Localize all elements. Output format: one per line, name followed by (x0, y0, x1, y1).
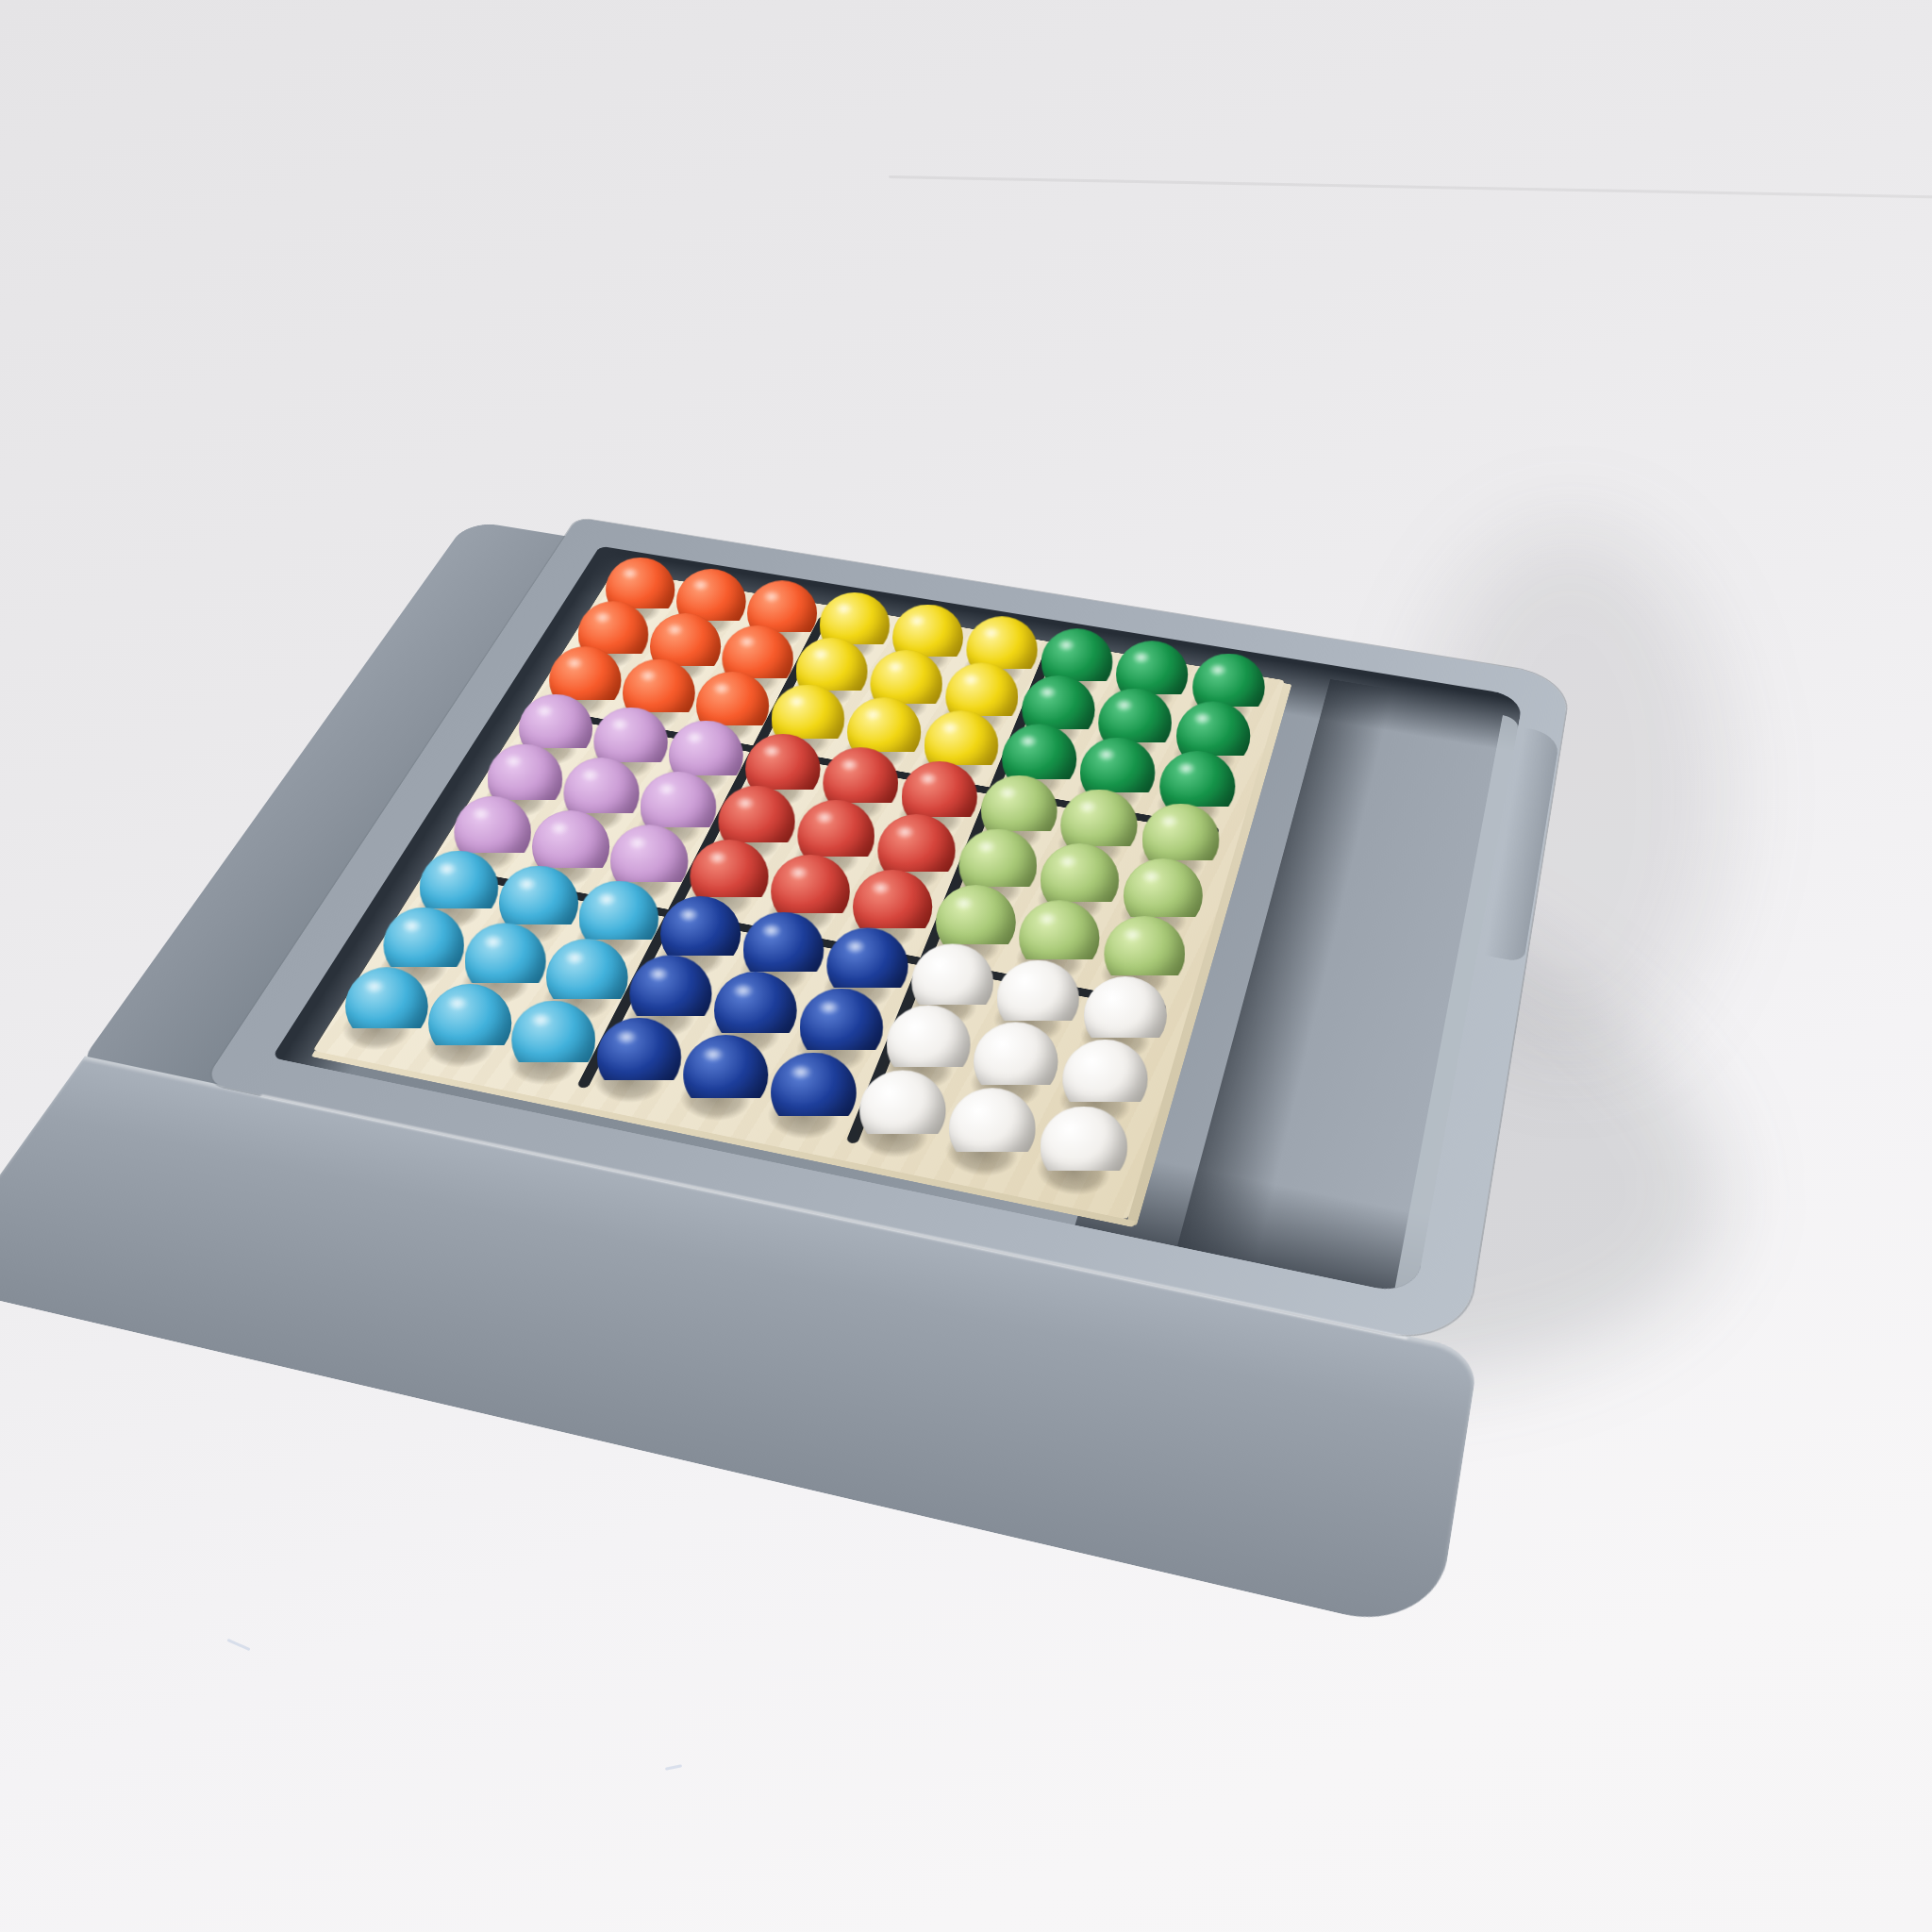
sky_blue-ball-sphere (428, 984, 511, 1062)
game-tray-box (204, 518, 1572, 1350)
ball-navy-r9c5[interactable] (672, 1053, 780, 1130)
white-ball-sphere (949, 1088, 1036, 1169)
navy-ball-sphere (771, 1053, 857, 1133)
ball-white-r9c7[interactable] (849, 1088, 956, 1167)
navy-ball-sphere (683, 1035, 768, 1115)
white-ball-sphere (1041, 1107, 1128, 1189)
sky_blue-ball-sphere (512, 1001, 596, 1080)
scene-3d (0, 0, 1932, 1932)
photo-stage (0, 0, 1932, 1932)
white-ball-sphere (859, 1070, 945, 1151)
navy-ball-sphere (597, 1018, 681, 1097)
ball-white-r9c8[interactable] (939, 1106, 1044, 1186)
ball-sky_blue-r9c3[interactable] (500, 1019, 609, 1094)
ball-white-r9c9[interactable] (1030, 1124, 1135, 1206)
sky_blue-ball-sphere (345, 967, 428, 1044)
